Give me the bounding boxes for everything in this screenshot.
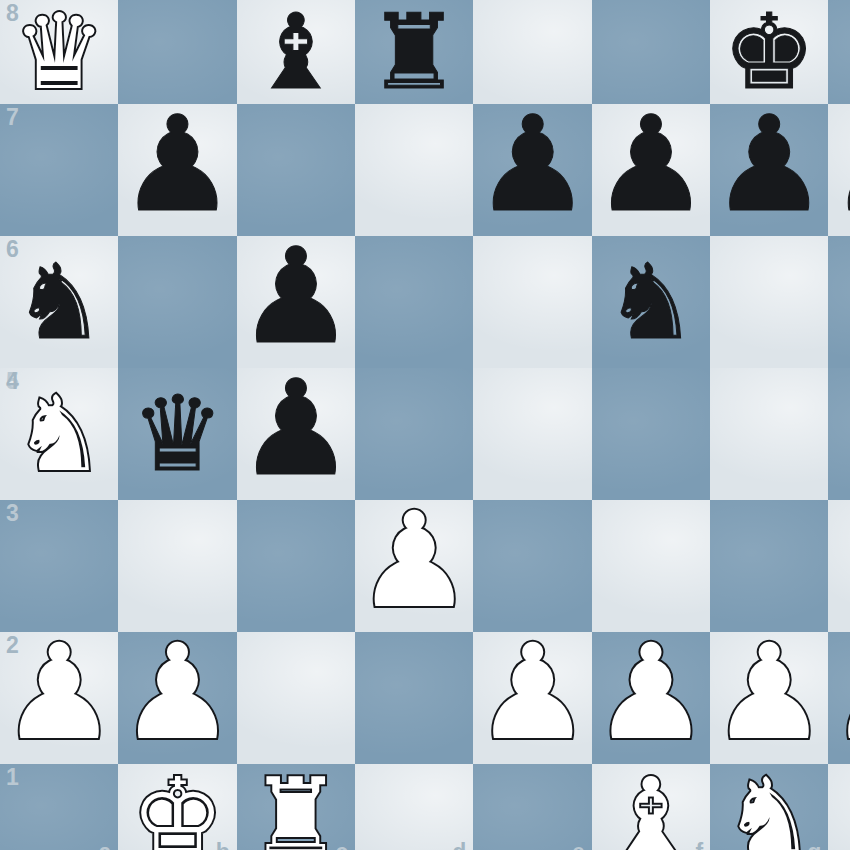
square-d7[interactable] bbox=[355, 104, 473, 236]
square-d1[interactable]: d bbox=[355, 764, 473, 850]
square-g4[interactable] bbox=[710, 368, 828, 500]
square-b2[interactable]: ♟ bbox=[118, 632, 236, 764]
piece-white-rook[interactable]: ♜ bbox=[841, 764, 850, 850]
piece-black-queen[interactable]: ♛ bbox=[131, 382, 224, 486]
piece-black-pawn[interactable]: ♟ bbox=[473, 98, 591, 230]
piece-black-pawn[interactable]: ♟ bbox=[592, 98, 710, 230]
piece-black-pawn[interactable]: ♟ bbox=[237, 230, 355, 362]
piece-white-pawn[interactable]: ♟ bbox=[710, 626, 828, 758]
piece-black-knight[interactable]: ♞ bbox=[604, 250, 697, 354]
square-h1[interactable]: h♜ bbox=[828, 764, 850, 850]
square-b6[interactable] bbox=[118, 236, 236, 368]
square-c7[interactable] bbox=[237, 104, 355, 236]
square-e4[interactable] bbox=[473, 368, 591, 500]
square-e6[interactable] bbox=[473, 236, 591, 368]
square-f1[interactable]: f♝ bbox=[592, 764, 710, 850]
square-h2[interactable]: ♟ bbox=[828, 632, 850, 764]
piece-black-pawn[interactable]: ♟ bbox=[237, 362, 355, 494]
piece-white-pawn[interactable]: ♟ bbox=[473, 626, 591, 758]
square-c1[interactable]: c♜ bbox=[237, 764, 355, 850]
piece-white-king[interactable]: ♚ bbox=[131, 764, 224, 850]
square-a6[interactable]: 6♞ bbox=[0, 236, 118, 368]
file-label-e: e bbox=[572, 841, 585, 850]
piece-black-bishop[interactable]: ♝ bbox=[249, 0, 342, 104]
piece-white-rook[interactable]: ♜ bbox=[249, 764, 342, 850]
square-h3[interactable] bbox=[828, 500, 850, 632]
piece-black-pawn[interactable]: ♟ bbox=[710, 98, 828, 230]
square-d2[interactable] bbox=[355, 632, 473, 764]
piece-black-rook[interactable]: ♜ bbox=[368, 0, 461, 104]
piece-white-pawn[interactable]: ♟ bbox=[0, 626, 118, 758]
square-g1[interactable]: g♞ bbox=[710, 764, 828, 850]
square-e3[interactable] bbox=[473, 500, 591, 632]
piece-black-pawn[interactable]: ♟ bbox=[828, 98, 850, 230]
square-g2[interactable]: ♟ bbox=[710, 632, 828, 764]
square-b7[interactable]: ♟ bbox=[118, 104, 236, 236]
square-h7[interactable]: ♟ bbox=[828, 104, 850, 236]
chess-board: 8♛♝♜♚7♟♟♟♟♟6♞♟♞54♞♛♟3♟2♟♟♟♟♟♟1ab♚c♜def♝g… bbox=[0, 0, 850, 844]
rank-label-1: 1 bbox=[6, 766, 19, 789]
square-d4[interactable] bbox=[355, 368, 473, 500]
piece-white-pawn[interactable]: ♟ bbox=[592, 626, 710, 758]
piece-white-queen[interactable]: ♛ bbox=[13, 0, 106, 104]
square-f6[interactable]: ♞ bbox=[592, 236, 710, 368]
square-h6[interactable] bbox=[828, 236, 850, 368]
square-d8[interactable]: ♜ bbox=[355, 0, 473, 104]
square-h4[interactable] bbox=[828, 368, 850, 500]
square-b3[interactable] bbox=[118, 500, 236, 632]
square-b1[interactable]: b♚ bbox=[118, 764, 236, 850]
square-c3[interactable] bbox=[237, 500, 355, 632]
square-g7[interactable]: ♟ bbox=[710, 104, 828, 236]
square-d3[interactable]: ♟ bbox=[355, 500, 473, 632]
square-a1[interactable]: 1a bbox=[0, 764, 118, 850]
square-b4[interactable]: ♛ bbox=[118, 368, 236, 500]
square-g6[interactable] bbox=[710, 236, 828, 368]
piece-white-bishop[interactable]: ♝ bbox=[604, 764, 697, 850]
piece-white-pawn[interactable]: ♟ bbox=[355, 494, 473, 626]
square-a4[interactable]: 4♞ bbox=[0, 368, 118, 500]
square-g3[interactable] bbox=[710, 500, 828, 632]
square-c4[interactable]: ♟ bbox=[237, 368, 355, 500]
piece-white-knight[interactable]: ♞ bbox=[723, 764, 816, 850]
piece-black-knight[interactable]: ♞ bbox=[13, 250, 106, 354]
rank-label-3: 3 bbox=[6, 502, 19, 525]
square-a7[interactable]: 7 bbox=[0, 104, 118, 236]
square-a2[interactable]: 2♟ bbox=[0, 632, 118, 764]
square-f7[interactable]: ♟ bbox=[592, 104, 710, 236]
square-e1[interactable]: e bbox=[473, 764, 591, 850]
piece-white-knight[interactable]: ♞ bbox=[13, 382, 106, 486]
file-label-a: a bbox=[99, 841, 112, 850]
square-c2[interactable] bbox=[237, 632, 355, 764]
square-d6[interactable] bbox=[355, 236, 473, 368]
square-f3[interactable] bbox=[592, 500, 710, 632]
file-label-d: d bbox=[452, 841, 466, 850]
piece-white-pawn[interactable]: ♟ bbox=[118, 626, 236, 758]
square-f4[interactable] bbox=[592, 368, 710, 500]
square-c6[interactable]: ♟ bbox=[237, 236, 355, 368]
square-a3[interactable]: 3 bbox=[0, 500, 118, 632]
square-a8[interactable]: 8♛ bbox=[0, 0, 118, 104]
square-c8[interactable]: ♝ bbox=[237, 0, 355, 104]
square-e7[interactable]: ♟ bbox=[473, 104, 591, 236]
square-f2[interactable]: ♟ bbox=[592, 632, 710, 764]
piece-black-pawn[interactable]: ♟ bbox=[118, 98, 236, 230]
piece-white-pawn[interactable]: ♟ bbox=[828, 626, 850, 758]
square-e2[interactable]: ♟ bbox=[473, 632, 591, 764]
